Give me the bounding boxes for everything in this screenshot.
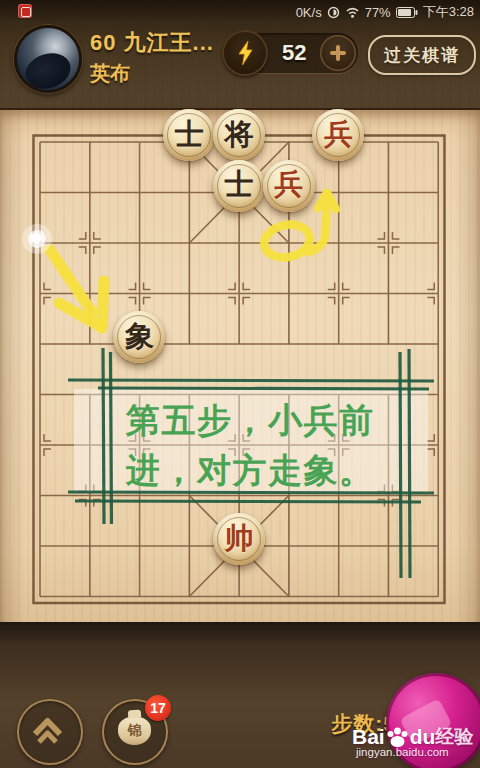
board-cell[interactable] — [264, 216, 314, 267]
money-bag-icon: 锦 — [118, 717, 151, 745]
battery-percent: 77% — [365, 5, 391, 20]
player-name: 英布 — [90, 60, 130, 87]
piece-帅[interactable]: 帅 — [213, 513, 265, 565]
board-cell[interactable] — [15, 267, 65, 318]
board-cell[interactable] — [115, 570, 165, 621]
board-cell[interactable] — [363, 216, 413, 267]
board-cell[interactable] — [65, 317, 115, 368]
board-cell[interactable] — [65, 216, 115, 267]
board-cell[interactable] — [15, 166, 65, 217]
hint-bag-button[interactable]: 锦 17 — [102, 699, 168, 765]
collapse-button[interactable] — [17, 699, 83, 765]
board-cell[interactable] — [314, 519, 364, 570]
board-cell[interactable] — [15, 418, 65, 469]
board-cell[interactable] — [363, 267, 413, 318]
chevron-up-icon — [19, 701, 76, 758]
status-bar: 0K/s 77% 下午3:28 — [0, 0, 480, 22]
wifi-icon — [345, 6, 360, 18]
board-cell[interactable]: 士 — [164, 115, 214, 166]
energy-count: 52 — [282, 40, 306, 66]
board-cell[interactable] — [264, 267, 314, 318]
piece-象[interactable]: 象 — [113, 311, 165, 363]
board-cell[interactable]: 兵 — [314, 115, 364, 166]
board-cell[interactable] — [363, 166, 413, 217]
piece-兵[interactable]: 兵 — [312, 109, 364, 161]
board-cell[interactable] — [214, 267, 264, 318]
board-cell[interactable] — [15, 519, 65, 570]
board-cell[interactable] — [363, 317, 413, 368]
board-cell[interactable] — [15, 216, 65, 267]
board-cell[interactable]: 士 — [214, 166, 264, 217]
board-cell[interactable] — [314, 267, 364, 318]
board-cell[interactable]: 帅 — [214, 519, 264, 570]
board-cell[interactable] — [15, 317, 65, 368]
notification-icon — [18, 4, 32, 18]
puzzle-records-button[interactable]: 过关棋谱 — [368, 35, 476, 75]
piece-grid[interactable]: 士将兵士兵象帅 — [15, 115, 463, 620]
level-title: 60 九江王... — [90, 28, 214, 58]
board-cell[interactable] — [115, 166, 165, 217]
net-speed: 0K/s — [296, 5, 322, 20]
board-cell[interactable] — [15, 570, 65, 621]
board-cell[interactable] — [164, 267, 214, 318]
board-cell[interactable] — [164, 519, 214, 570]
board-cell[interactable]: 兵 — [264, 166, 314, 217]
add-energy-button[interactable] — [320, 35, 356, 71]
piece-兵[interactable]: 兵 — [263, 160, 315, 212]
board-cell[interactable] — [413, 267, 463, 318]
hint-badge: 17 — [145, 695, 171, 721]
board-cell[interactable] — [413, 115, 463, 166]
board-cell[interactable] — [15, 115, 65, 166]
header: 60 九江王... 英布 52 过关棋谱 — [0, 22, 480, 106]
board-cell[interactable] — [164, 216, 214, 267]
board-cell[interactable] — [115, 115, 165, 166]
piece-士[interactable]: 士 — [163, 109, 215, 161]
board-cell[interactable] — [264, 317, 314, 368]
board-cell[interactable] — [15, 368, 65, 419]
clock-time: 下午3:28 — [423, 3, 474, 21]
board-cell[interactable] — [264, 519, 314, 570]
board-cell[interactable] — [413, 570, 463, 621]
piece-士[interactable]: 士 — [213, 160, 265, 212]
board-cell[interactable] — [164, 166, 214, 217]
board-cell[interactable] — [65, 570, 115, 621]
board-cell[interactable] — [314, 570, 364, 621]
power-save-icon — [327, 6, 340, 19]
bag-label: 锦 — [128, 722, 142, 740]
board-cell[interactable] — [115, 216, 165, 267]
board-cell[interactable] — [65, 267, 115, 318]
board-cell[interactable] — [264, 570, 314, 621]
board-cell[interactable] — [164, 317, 214, 368]
board-cell[interactable] — [363, 115, 413, 166]
app-screen: 0K/s 77% 下午3:28 60 九江王... 英布 — [0, 0, 480, 768]
board-cell[interactable]: 象 — [115, 317, 165, 368]
board-cell[interactable] — [164, 570, 214, 621]
board-cell[interactable] — [214, 570, 264, 621]
board-cell[interactable] — [214, 216, 264, 267]
board-cell[interactable] — [65, 519, 115, 570]
board-cell[interactable] — [363, 570, 413, 621]
battery-icon — [396, 7, 418, 18]
board-cell[interactable] — [15, 469, 65, 520]
board-cell[interactable] — [314, 166, 364, 217]
board-cell[interactable] — [413, 519, 463, 570]
board-cell[interactable] — [413, 166, 463, 217]
board-cell[interactable] — [413, 317, 463, 368]
annotation-text-line1: 第五步，小兵前 — [126, 401, 375, 439]
footer-bar: 锦 17 步数:5 Bai du 经验 jingyan.baidu.com — [0, 622, 480, 768]
board-cell[interactable] — [115, 519, 165, 570]
lightning-icon — [222, 30, 268, 76]
board-cell[interactable] — [214, 317, 264, 368]
board-cell[interactable] — [413, 216, 463, 267]
piece-将[interactable]: 将 — [213, 109, 265, 161]
board-cell[interactable] — [363, 519, 413, 570]
board-cell[interactable] — [314, 216, 364, 267]
annotation-text-line2: 进，对方走象。 — [126, 451, 375, 489]
board-cell[interactable] — [65, 115, 115, 166]
energy-pill: 52 — [224, 33, 358, 73]
board-cell[interactable]: 将 — [214, 115, 264, 166]
board-cell[interactable] — [65, 166, 115, 217]
avatar[interactable] — [14, 25, 82, 93]
paw-icon — [386, 727, 409, 748]
board-cell[interactable] — [314, 317, 364, 368]
board-cell[interactable] — [115, 267, 165, 318]
watermark-url: jingyan.baidu.com — [356, 746, 449, 758]
board-cell[interactable] — [264, 115, 314, 166]
